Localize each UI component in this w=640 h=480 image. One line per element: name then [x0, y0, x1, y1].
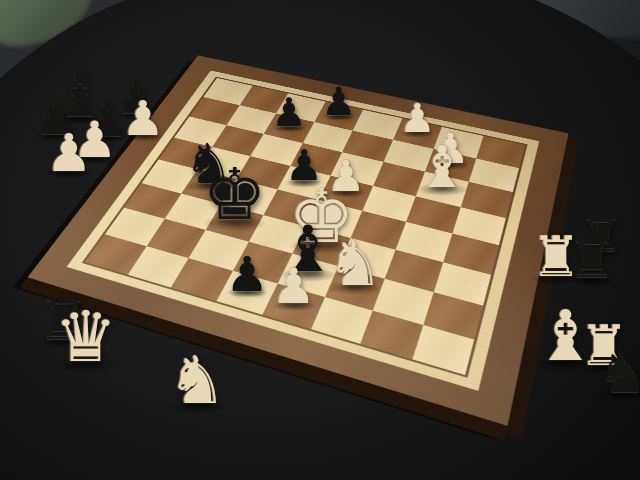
white-knight-f2: ♞	[327, 232, 383, 295]
black-rook-glyph: ♜	[568, 227, 616, 290]
pieces-layer: ♟♟♟♟♝♟♟♞♚♚♝♞♟♟♟♝♟♟♟♟♟♜♛♞♜♜♜♝♜♞	[0, 0, 640, 480]
black-king-glyph: ♚	[203, 153, 267, 236]
white-pawn-upper-left-4: ♟	[46, 127, 93, 179]
white-knight-glyph: ♞	[167, 342, 226, 419]
black-pawn-glyph: ♟	[226, 246, 269, 302]
black-pawn-c7: ♟	[271, 93, 306, 133]
white-queen-lower-left-8: ♛	[55, 302, 118, 372]
white-bishop-glyph: ♝	[416, 133, 468, 201]
black-knight-glyph: ♞	[597, 340, 640, 405]
black-pawn-glyph: ♟	[321, 78, 356, 123]
black-knight-lower-right-15: ♞	[597, 345, 640, 401]
white-pawn-e1: ♟	[272, 262, 316, 311]
black-pawn-d8: ♟	[321, 81, 356, 120]
white-bishop-g6: ♝	[416, 138, 468, 196]
black-rook-right-12: ♜	[568, 232, 616, 286]
black-pawn-glyph: ♟	[271, 89, 306, 135]
photo-scene: ♟♟♟♟♝♟♟♞♚♚♝♞♟♟♟♝♟♟♟♟♟♜♛♞♜♜♜♝♜♞	[0, 0, 640, 480]
black-pawn-d1: ♟	[226, 250, 269, 298]
white-pawn-glyph: ♟	[46, 123, 93, 183]
white-pawn-glyph: ♟	[272, 257, 316, 314]
black-king-c3: ♚	[203, 159, 267, 231]
white-queen-glyph: ♛	[55, 296, 118, 378]
white-knight-glyph: ♞	[327, 226, 383, 299]
white-knight-bottom-center-9: ♞	[167, 348, 226, 414]
